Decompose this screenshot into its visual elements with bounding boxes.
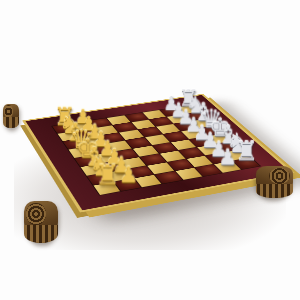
square-f4[interactable] xyxy=(140,154,166,165)
square-h1[interactable]: ♜ xyxy=(94,182,121,195)
chess-board: ♜♟♟♜♞♟♟♞♝♟♟♝♛♟♟♛♚♟♟♚♝♟♟♝♞♟♟♞♜♟♟♜ xyxy=(22,94,294,213)
board-grid: ♜♟♟♜♞♟♟♞♝♟♟♝♛♟♟♛♚♟♟♚♝♟♟♝♞♟♟♞♜♟♟♜ xyxy=(51,105,261,196)
piece-white-pawn[interactable]: ♟ xyxy=(118,163,138,185)
perspective-scene: ♜♟♟♜♞♟♟♞♝♟♟♝♛♟♟♛♚♟♟♚♝♟♟♝♞♟♟♞♜♟♟♜ xyxy=(0,0,300,300)
piece-black-pawn[interactable]: ♟ xyxy=(219,146,238,167)
chess-set-photo: ♜♟♟♜♞♟♟♞♝♟♟♝♛♟♟♛♚♟♟♚♝♟♟♝♞♟♟♞♜♟♟♜ xyxy=(0,0,300,300)
piece-white-rook[interactable]: ♜ xyxy=(95,162,120,190)
piece-black-rook[interactable]: ♜ xyxy=(235,138,258,164)
board-foot-right xyxy=(256,166,293,198)
board-foot-front-left xyxy=(24,201,58,243)
